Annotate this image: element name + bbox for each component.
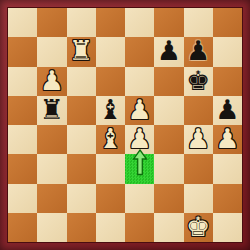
square-h2[interactable] [213,184,242,213]
square-d3[interactable] [96,154,125,183]
square-g5[interactable] [184,96,213,125]
square-f1[interactable] [154,213,183,242]
square-h3[interactable] [213,154,242,183]
square-g6[interactable]: ♚ [184,67,213,96]
black-king-g6-piece[interactable]: ♚ [186,67,210,94]
chess-board[interactable]: ♜♟♟♟♚♜♝♟♟♝♟♟♟♚ [7,7,243,243]
square-h6[interactable] [213,67,242,96]
black-pawn-h5-piece[interactable]: ♟ [215,96,239,123]
square-a8[interactable] [8,8,37,37]
square-e1[interactable] [125,213,154,242]
square-d2[interactable] [96,184,125,213]
square-c1[interactable] [67,213,96,242]
square-a3[interactable] [8,154,37,183]
square-c5[interactable] [67,96,96,125]
square-e8[interactable] [125,8,154,37]
white-pawn-b6-piece[interactable]: ♟ [40,67,64,94]
square-e7[interactable] [125,37,154,66]
square-b2[interactable] [37,184,66,213]
square-g7[interactable]: ♟ [184,37,213,66]
square-d6[interactable] [96,67,125,96]
white-rook-c7-piece[interactable]: ♜ [69,37,93,64]
square-h7[interactable] [213,37,242,66]
white-pawn-e4-piece[interactable]: ♟ [128,125,152,152]
square-e6[interactable] [125,67,154,96]
square-f2[interactable] [154,184,183,213]
square-c6[interactable] [67,67,96,96]
chess-app: ♜♟♟♟♚♜♝♟♟♝♟♟♟♚ [0,0,250,250]
square-c7[interactable]: ♜ [67,37,96,66]
square-b5[interactable]: ♜ [37,96,66,125]
square-c2[interactable] [67,184,96,213]
square-f8[interactable] [154,8,183,37]
square-a4[interactable] [8,125,37,154]
square-h4[interactable]: ♟ [213,125,242,154]
square-b8[interactable] [37,8,66,37]
square-g8[interactable] [184,8,213,37]
square-d7[interactable] [96,37,125,66]
square-f7[interactable]: ♟ [154,37,183,66]
square-g2[interactable] [184,184,213,213]
square-d5[interactable]: ♝ [96,96,125,125]
square-b6[interactable]: ♟ [37,67,66,96]
square-a7[interactable] [8,37,37,66]
square-a5[interactable] [8,96,37,125]
square-h5[interactable]: ♟ [213,96,242,125]
white-pawn-g4-piece[interactable]: ♟ [186,125,210,152]
black-rook-b5-piece[interactable]: ♜ [40,96,64,123]
square-b4[interactable] [37,125,66,154]
white-pawn-e5-piece[interactable]: ♟ [128,96,152,123]
square-g4[interactable]: ♟ [184,125,213,154]
square-e3[interactable] [125,154,154,183]
square-a1[interactable] [8,213,37,242]
square-h1[interactable] [213,213,242,242]
black-pawn-f7-piece[interactable]: ♟ [157,37,181,64]
white-bishop-d4-piece[interactable]: ♝ [98,125,122,152]
square-e4[interactable]: ♟ [125,125,154,154]
square-b7[interactable] [37,37,66,66]
square-c8[interactable] [67,8,96,37]
black-pawn-g7-piece[interactable]: ♟ [186,37,210,64]
square-a6[interactable] [8,67,37,96]
square-g1[interactable]: ♚ [184,213,213,242]
square-f6[interactable] [154,67,183,96]
board-frame: ♜♟♟♟♚♜♝♟♟♝♟♟♟♚ [0,0,250,250]
square-c4[interactable] [67,125,96,154]
square-h8[interactable] [213,8,242,37]
square-f3[interactable] [154,154,183,183]
square-g3[interactable] [184,154,213,183]
square-e2[interactable] [125,184,154,213]
white-king-g1-piece[interactable]: ♚ [186,213,210,240]
square-d1[interactable] [96,213,125,242]
square-e5[interactable]: ♟ [125,96,154,125]
square-f5[interactable] [154,96,183,125]
square-b1[interactable] [37,213,66,242]
square-d4[interactable]: ♝ [96,125,125,154]
square-b3[interactable] [37,154,66,183]
black-bishop-d5-piece[interactable]: ♝ [98,96,122,123]
square-c3[interactable] [67,154,96,183]
square-d8[interactable] [96,8,125,37]
square-f4[interactable] [154,125,183,154]
white-pawn-h4-piece[interactable]: ♟ [215,125,239,152]
square-a2[interactable] [8,184,37,213]
